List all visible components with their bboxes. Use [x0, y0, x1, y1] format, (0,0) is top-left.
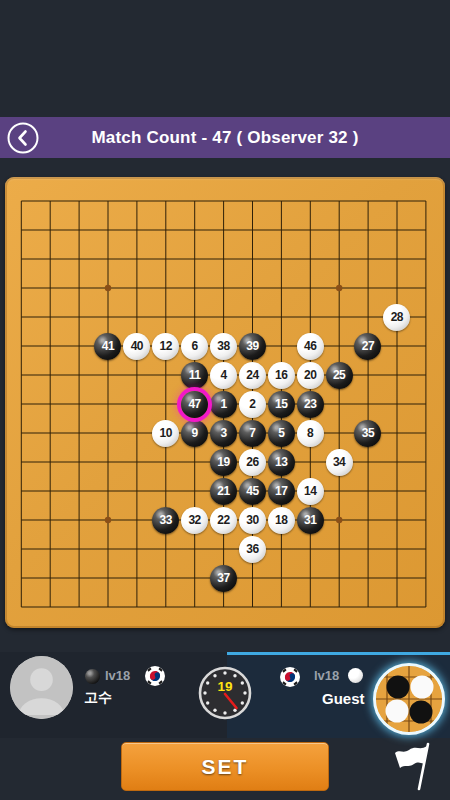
south-korea-flag-icon [145, 666, 165, 686]
move-timer: 19 [197, 665, 253, 721]
stone-20: 20 [297, 362, 324, 389]
back-chevron-icon [6, 121, 40, 155]
stone-32: 32 [181, 507, 208, 534]
stone-6: 6 [181, 333, 208, 360]
stone-13: 13 [268, 449, 295, 476]
stone-40: 40 [123, 333, 150, 360]
stone-3: 3 [210, 420, 237, 447]
person-silhouette-icon [10, 656, 73, 719]
stone-19: 19 [210, 449, 237, 476]
stone-31: 31 [297, 507, 324, 534]
player-bar: lv18 [0, 652, 450, 738]
stone-4: 4 [210, 362, 237, 389]
stone-16: 16 [268, 362, 295, 389]
white-player-avatar [373, 663, 445, 735]
stone-46: 46 [297, 333, 324, 360]
white-stone-icon [348, 668, 363, 683]
white-flag-icon [392, 741, 438, 791]
stone-8: 8 [297, 420, 324, 447]
mini-goban-icon [376, 666, 442, 732]
stone-45: 45 [239, 478, 266, 505]
stone-37: 37 [210, 565, 237, 592]
black-player-avatar [10, 656, 73, 719]
stone-11: 11 [181, 362, 208, 389]
stone-10: 10 [152, 420, 179, 447]
stone-23: 23 [297, 391, 324, 418]
stone-1: 1 [210, 391, 237, 418]
page-title: Match Count - 47 ( Observer 32 ) [91, 128, 358, 148]
app-screen: Match Count - 47 ( Observer 32 ) 1234567… [0, 0, 450, 800]
black-player-level: lv18 [105, 668, 130, 683]
stone-5: 5 [268, 420, 295, 447]
stone-35: 35 [354, 420, 381, 447]
stone-47: 47 [181, 391, 208, 418]
stone-21: 21 [210, 478, 237, 505]
stone-36: 36 [239, 536, 266, 563]
stone-27: 27 [354, 333, 381, 360]
black-player-name: 고수 [84, 689, 112, 707]
header: Match Count - 47 ( Observer 32 ) [0, 117, 450, 158]
go-board[interactable]: 1234567891011121314151617181920212223242… [5, 177, 445, 628]
stone-17: 17 [268, 478, 295, 505]
back-button[interactable] [6, 121, 40, 155]
stone-7: 7 [239, 420, 266, 447]
stone-25: 25 [326, 362, 353, 389]
set-button[interactable]: SET [121, 742, 329, 791]
stone-2: 2 [239, 391, 266, 418]
player-white-panel: lv18 Guest [227, 652, 450, 738]
stone-12: 12 [152, 333, 179, 360]
stone-33: 33 [152, 507, 179, 534]
stone-9: 9 [181, 420, 208, 447]
white-player-level: lv18 [314, 668, 339, 683]
stone-30: 30 [239, 507, 266, 534]
stone-18: 18 [268, 507, 295, 534]
south-korea-flag-icon [280, 667, 300, 687]
stone-38: 38 [210, 333, 237, 360]
stone-28: 28 [383, 304, 410, 331]
black-stone-icon [85, 669, 100, 684]
stone-22: 22 [210, 507, 237, 534]
white-player-name: Guest [322, 690, 365, 707]
stone-24: 24 [239, 362, 266, 389]
stone-41: 41 [94, 333, 121, 360]
stone-26: 26 [239, 449, 266, 476]
stone-39: 39 [239, 333, 266, 360]
stone-34: 34 [326, 449, 353, 476]
resign-flag-button[interactable] [390, 741, 440, 793]
stone-14: 14 [297, 478, 324, 505]
stones-grid: 1234567891011121314151617181920212223242… [7, 187, 441, 622]
timer-seconds: 19 [217, 679, 232, 694]
stone-15: 15 [268, 391, 295, 418]
